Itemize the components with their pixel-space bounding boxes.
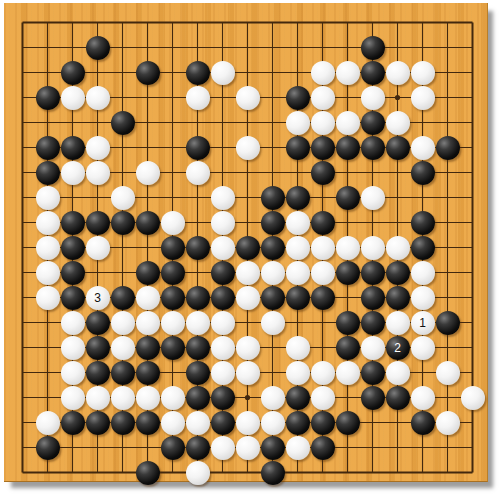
stone-white <box>411 136 435 160</box>
stone-black <box>186 336 210 360</box>
stone-white <box>386 236 410 260</box>
stone-black <box>436 311 460 335</box>
stone-black <box>361 61 385 85</box>
stone-black <box>261 186 285 210</box>
stone-black <box>136 61 160 85</box>
stone-white <box>336 361 360 385</box>
stone-black <box>86 361 110 385</box>
stone-white <box>236 411 260 435</box>
stone-white <box>411 286 435 310</box>
stone-white <box>286 336 310 360</box>
stone-white <box>211 311 235 335</box>
stone-black <box>361 361 385 385</box>
stone-white <box>336 111 360 135</box>
stone-white <box>336 236 360 260</box>
stone-black <box>186 361 210 385</box>
stone-white <box>436 411 460 435</box>
stone-white <box>286 436 310 460</box>
stone-white <box>186 461 210 485</box>
stone-black <box>361 286 385 310</box>
stone-black <box>336 136 360 160</box>
stone-white <box>236 286 260 310</box>
stone-white <box>211 436 235 460</box>
stone-black <box>36 161 60 185</box>
stone-black <box>136 336 160 360</box>
stone-white <box>311 61 335 85</box>
stone-white <box>36 286 60 310</box>
stone-black <box>111 361 135 385</box>
stone-white <box>211 336 235 360</box>
stone-black <box>411 211 435 235</box>
stone-white <box>361 336 385 360</box>
stone-black <box>86 336 110 360</box>
stone-white <box>286 236 310 260</box>
stone-black <box>61 411 85 435</box>
stone-white <box>311 236 335 260</box>
stone-white <box>161 386 185 410</box>
stone-black <box>311 211 335 235</box>
stone-black <box>411 411 435 435</box>
stone-black <box>411 161 435 185</box>
stone-white <box>311 361 335 385</box>
stone-white <box>411 336 435 360</box>
stone-white <box>261 386 285 410</box>
stone-white <box>361 86 385 110</box>
stone-black <box>136 211 160 235</box>
stone-white <box>36 261 60 285</box>
stone-white <box>411 61 435 85</box>
stone-white <box>261 411 285 435</box>
stone-white <box>386 311 410 335</box>
go-board[interactable]: 123 <box>4 3 488 482</box>
stone-white <box>186 86 210 110</box>
stone-black <box>61 236 85 260</box>
stone-black <box>361 386 385 410</box>
stone-white <box>236 336 260 360</box>
stone-black <box>136 361 160 385</box>
stone-black <box>111 286 135 310</box>
stone-black <box>161 336 185 360</box>
stone-black <box>186 436 210 460</box>
stone-white <box>386 111 410 135</box>
stone-white <box>236 361 260 385</box>
stone-black <box>186 286 210 310</box>
stone-white <box>286 211 310 235</box>
stone-black <box>311 136 335 160</box>
stone-white <box>86 86 110 110</box>
stone-black <box>86 36 110 60</box>
stone-white <box>186 311 210 335</box>
stone-white <box>211 211 235 235</box>
stone-black <box>111 111 135 135</box>
stone-white <box>86 161 110 185</box>
stone-black <box>186 236 210 260</box>
stone-black <box>61 61 85 85</box>
stone-white <box>311 261 335 285</box>
stone-black <box>186 61 210 85</box>
stone-white <box>211 186 235 210</box>
star-point <box>245 395 250 400</box>
stone-black <box>361 111 385 135</box>
stone-white <box>86 386 110 410</box>
stone-black <box>236 236 260 260</box>
stone-white <box>236 436 260 460</box>
stone-white <box>236 136 260 160</box>
stone-black <box>336 336 360 360</box>
stone-black <box>186 386 210 410</box>
stone-black <box>361 261 385 285</box>
stone-white <box>161 211 185 235</box>
stone-black <box>336 411 360 435</box>
stone-white <box>411 261 435 285</box>
stone-white <box>361 236 385 260</box>
stone-black <box>286 386 310 410</box>
stone-black <box>386 286 410 310</box>
stone-white <box>286 111 310 135</box>
stone-black <box>111 211 135 235</box>
stone-black <box>36 436 60 460</box>
stone-black <box>211 411 235 435</box>
stone-black <box>386 261 410 285</box>
stone-black <box>311 411 335 435</box>
stone-white <box>61 311 85 335</box>
stone-white <box>111 311 135 335</box>
stone-black <box>361 311 385 335</box>
stone-black <box>286 286 310 310</box>
stone-black <box>286 186 310 210</box>
stone-white <box>136 386 160 410</box>
stone-white <box>236 86 260 110</box>
stone-white <box>411 311 435 335</box>
stone-white <box>86 286 110 310</box>
stone-black <box>36 86 60 110</box>
stone-white <box>36 236 60 260</box>
stone-white <box>386 361 410 385</box>
stone-black <box>161 286 185 310</box>
stone-white <box>386 61 410 85</box>
stone-black <box>336 261 360 285</box>
stone-black <box>336 186 360 210</box>
stone-black <box>161 261 185 285</box>
stone-white <box>61 361 85 385</box>
stone-black <box>261 436 285 460</box>
stone-black <box>386 386 410 410</box>
stone-black <box>286 411 310 435</box>
stone-black <box>61 286 85 310</box>
stone-black <box>61 136 85 160</box>
stone-black <box>111 411 135 435</box>
stone-white <box>311 86 335 110</box>
stone-white <box>111 386 135 410</box>
stone-black <box>436 136 460 160</box>
stone-black <box>86 211 110 235</box>
stone-white <box>461 386 485 410</box>
stone-white <box>311 386 335 410</box>
stone-white <box>436 361 460 385</box>
stone-black <box>361 36 385 60</box>
stone-black <box>61 261 85 285</box>
stone-black <box>61 211 85 235</box>
stone-white <box>311 111 335 135</box>
star-point <box>395 95 400 100</box>
page-background: 123 <box>0 0 500 500</box>
stone-white <box>111 336 135 360</box>
stone-black <box>36 136 60 160</box>
stone-black <box>136 261 160 285</box>
stone-white <box>61 86 85 110</box>
stone-black <box>286 86 310 110</box>
stone-black <box>86 411 110 435</box>
stone-black <box>211 386 235 410</box>
stone-white <box>411 386 435 410</box>
stone-black <box>261 211 285 235</box>
stone-black <box>211 261 235 285</box>
stone-black <box>86 311 110 335</box>
stone-black <box>136 411 160 435</box>
stone-white <box>86 136 110 160</box>
stone-white <box>61 386 85 410</box>
stone-white <box>36 411 60 435</box>
stone-black <box>386 336 410 360</box>
stone-white <box>261 311 285 335</box>
stone-white <box>361 186 385 210</box>
stone-white <box>336 61 360 85</box>
stone-black <box>136 461 160 485</box>
stone-white <box>36 186 60 210</box>
stone-white <box>411 86 435 110</box>
stone-white <box>161 311 185 335</box>
stone-black <box>311 161 335 185</box>
stone-white <box>36 211 60 235</box>
stone-black <box>186 136 210 160</box>
stone-white <box>136 286 160 310</box>
stone-white <box>61 336 85 360</box>
stone-white <box>286 361 310 385</box>
stone-white <box>186 161 210 185</box>
stone-black <box>261 286 285 310</box>
stone-white <box>211 236 235 260</box>
stone-white <box>111 186 135 210</box>
stone-black <box>411 236 435 260</box>
stone-black <box>261 461 285 485</box>
stone-white <box>186 411 210 435</box>
stone-white <box>86 236 110 260</box>
stone-white <box>286 261 310 285</box>
stone-white <box>136 311 160 335</box>
stone-black <box>161 436 185 460</box>
stone-black <box>311 436 335 460</box>
stone-black <box>336 311 360 335</box>
stone-white <box>261 261 285 285</box>
stone-black <box>286 136 310 160</box>
stone-black <box>261 236 285 260</box>
stone-black <box>361 136 385 160</box>
stone-white <box>211 361 235 385</box>
stone-black <box>386 136 410 160</box>
stone-white <box>211 61 235 85</box>
stone-white <box>161 411 185 435</box>
stone-white <box>236 261 260 285</box>
stone-black <box>211 286 235 310</box>
stone-white <box>61 161 85 185</box>
stone-black <box>161 236 185 260</box>
stone-white <box>136 161 160 185</box>
stone-black <box>311 286 335 310</box>
